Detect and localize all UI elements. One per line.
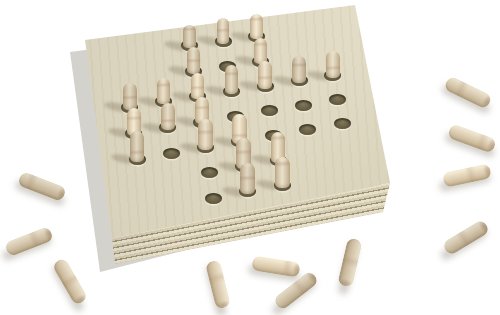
peg-r2c1[interactable]	[157, 78, 171, 105]
peg-r2c0[interactable]	[123, 83, 137, 110]
peg-r1c2[interactable]	[187, 47, 200, 74]
peg-r0c3[interactable]	[217, 18, 230, 44]
peg-r6c3[interactable]	[240, 163, 255, 194]
hole-r4c6[interactable]	[334, 118, 351, 129]
hole-r6c2[interactable]	[205, 193, 222, 204]
peg-r4c2[interactable]	[198, 119, 212, 150]
peg-r0c2[interactable]	[183, 25, 196, 49]
peg-solitaire-photo	[0, 0, 500, 315]
peg-r0c4[interactable]	[250, 14, 263, 40]
peg-r4c0[interactable]	[130, 131, 144, 162]
peg-r6c4[interactable]	[275, 157, 290, 188]
peg-r1c4[interactable]	[254, 38, 267, 64]
hole-r4c1[interactable]	[163, 148, 180, 159]
hole-r3c5[interactable]	[295, 100, 312, 111]
peg-r2c4[interactable]	[258, 61, 272, 89]
peg-r3c1[interactable]	[161, 103, 175, 131]
peg-r2c3[interactable]	[225, 65, 239, 94]
peg-r2c6[interactable]	[326, 51, 340, 78]
peg-r2c5[interactable]	[292, 56, 306, 84]
loose-peg-7[interactable]	[337, 237, 362, 287]
loose-peg-3[interactable]	[52, 256, 89, 305]
peg-r2c2[interactable]	[191, 73, 205, 99]
